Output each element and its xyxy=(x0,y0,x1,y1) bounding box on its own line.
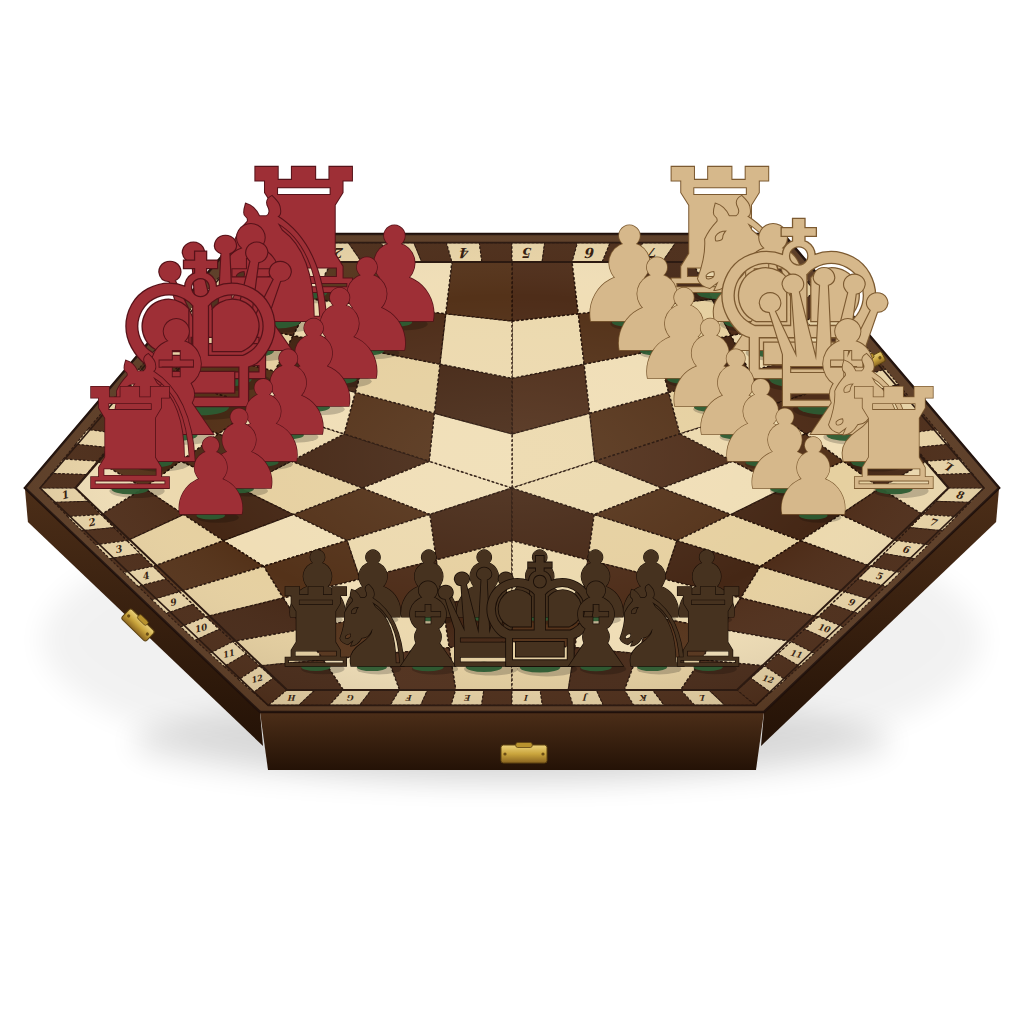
board-cell[interactable] xyxy=(446,262,512,321)
coordinate-label: 4 xyxy=(460,245,470,261)
piece-brown-rook[interactable]: ♜ xyxy=(659,565,756,692)
board-cell[interactable] xyxy=(512,262,578,321)
svg-text:♜: ♜ xyxy=(659,565,756,692)
svg-text:♟: ♟ xyxy=(163,416,258,539)
coordinate-label: L xyxy=(699,693,705,702)
svg-text:♟: ♟ xyxy=(766,416,861,539)
piece-natural-pawn[interactable]: ♟ xyxy=(766,416,861,539)
product-photo-canvas: Three-Player Chess 1234567812349101112HG… xyxy=(0,0,1024,1024)
coordinate-label: 5 xyxy=(521,245,532,261)
three-player-chess-board[interactable]: 1234567812349101112HGFEIJKL87659101112L♜… xyxy=(0,0,1024,1024)
coordinate-cell xyxy=(479,243,512,262)
piece-red-pawn[interactable]: ♟ xyxy=(163,416,258,539)
brass-clasp-front xyxy=(501,743,547,764)
coordinate-label: K xyxy=(639,693,647,702)
